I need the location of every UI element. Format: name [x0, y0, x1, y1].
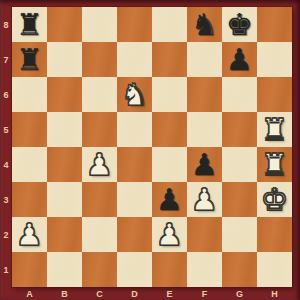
square-h1[interactable] [257, 252, 292, 287]
square-g7[interactable]: ♟ [222, 42, 257, 77]
file-label-h: H [257, 287, 292, 300]
square-h3[interactable]: ♚ [257, 182, 292, 217]
square-d1[interactable] [117, 252, 152, 287]
rank-label-6: 6 [0, 77, 12, 112]
square-e1[interactable] [152, 252, 187, 287]
white-pawn[interactable]: ♟ [86, 150, 113, 180]
rank-label-1: 1 [0, 252, 12, 287]
white-rook[interactable]: ♜ [261, 150, 288, 180]
black-pawn[interactable]: ♟ [191, 150, 218, 180]
white-pawn[interactable]: ♟ [156, 220, 183, 250]
white-pawn[interactable]: ♟ [191, 185, 218, 215]
square-f7[interactable] [187, 42, 222, 77]
rank-label-3: 3 [0, 182, 12, 217]
square-g6[interactable] [222, 77, 257, 112]
black-knight[interactable]: ♞ [191, 10, 218, 40]
square-h2[interactable] [257, 217, 292, 252]
file-label-c: C [82, 287, 117, 300]
rank-label-2: 2 [0, 217, 12, 252]
square-e6[interactable] [152, 77, 187, 112]
square-e7[interactable] [152, 42, 187, 77]
square-a3[interactable] [12, 182, 47, 217]
square-h4[interactable]: ♜ [257, 147, 292, 182]
file-label-f: F [187, 287, 222, 300]
black-rook[interactable]: ♜ [16, 10, 43, 40]
file-label-d: D [117, 287, 152, 300]
square-g4[interactable] [222, 147, 257, 182]
rank-label-7: 7 [0, 42, 12, 77]
square-f8[interactable]: ♞ [187, 7, 222, 42]
black-rook[interactable]: ♜ [16, 45, 43, 75]
square-e3[interactable]: ♟ [152, 182, 187, 217]
square-a2[interactable]: ♟ [12, 217, 47, 252]
square-g2[interactable] [222, 217, 257, 252]
square-c7[interactable] [82, 42, 117, 77]
square-e8[interactable] [152, 7, 187, 42]
file-label-b: B [47, 287, 82, 300]
chess-board-frame: 87654321 ♜♞♚♜♟♞♜♟♟♜♟♟♚♟♟ ABCDEFGH [0, 0, 300, 300]
square-c1[interactable] [82, 252, 117, 287]
rank-label-5: 5 [0, 112, 12, 147]
square-e2[interactable]: ♟ [152, 217, 187, 252]
file-labels: ABCDEFGH [12, 287, 292, 300]
square-b3[interactable] [47, 182, 82, 217]
black-king[interactable]: ♚ [226, 10, 253, 40]
square-b7[interactable] [47, 42, 82, 77]
square-a7[interactable]: ♜ [12, 42, 47, 77]
square-g3[interactable] [222, 182, 257, 217]
square-g5[interactable] [222, 112, 257, 147]
square-a5[interactable] [12, 112, 47, 147]
file-label-e: E [152, 287, 187, 300]
square-a6[interactable] [12, 77, 47, 112]
square-c2[interactable] [82, 217, 117, 252]
square-c5[interactable] [82, 112, 117, 147]
square-c8[interactable] [82, 7, 117, 42]
square-g8[interactable]: ♚ [222, 7, 257, 42]
square-a8[interactable]: ♜ [12, 7, 47, 42]
square-b5[interactable] [47, 112, 82, 147]
square-f6[interactable] [187, 77, 222, 112]
square-f1[interactable] [187, 252, 222, 287]
square-c4[interactable]: ♟ [82, 147, 117, 182]
square-c6[interactable] [82, 77, 117, 112]
white-knight[interactable]: ♞ [121, 80, 148, 110]
square-b4[interactable] [47, 147, 82, 182]
square-e5[interactable] [152, 112, 187, 147]
square-f3[interactable]: ♟ [187, 182, 222, 217]
square-b6[interactable] [47, 77, 82, 112]
square-d7[interactable] [117, 42, 152, 77]
file-label-g: G [222, 287, 257, 300]
square-h8[interactable] [257, 7, 292, 42]
white-rook[interactable]: ♜ [261, 115, 288, 145]
square-b8[interactable] [47, 7, 82, 42]
rank-label-4: 4 [0, 147, 12, 182]
rank-label-8: 8 [0, 7, 12, 42]
square-d6[interactable]: ♞ [117, 77, 152, 112]
rank-labels: 87654321 [0, 7, 12, 287]
square-h6[interactable] [257, 77, 292, 112]
white-pawn[interactable]: ♟ [16, 220, 43, 250]
file-label-a: A [12, 287, 47, 300]
square-f5[interactable] [187, 112, 222, 147]
square-f2[interactable] [187, 217, 222, 252]
square-d8[interactable] [117, 7, 152, 42]
black-pawn[interactable]: ♟ [226, 45, 253, 75]
square-b2[interactable] [47, 217, 82, 252]
square-g1[interactable] [222, 252, 257, 287]
square-h5[interactable]: ♜ [257, 112, 292, 147]
square-b1[interactable] [47, 252, 82, 287]
square-c3[interactable] [82, 182, 117, 217]
white-king[interactable]: ♚ [261, 185, 288, 215]
square-d4[interactable] [117, 147, 152, 182]
black-pawn[interactable]: ♟ [156, 185, 183, 215]
square-d3[interactable] [117, 182, 152, 217]
square-a4[interactable] [12, 147, 47, 182]
square-e4[interactable] [152, 147, 187, 182]
square-f4[interactable]: ♟ [187, 147, 222, 182]
square-d5[interactable] [117, 112, 152, 147]
square-h7[interactable] [257, 42, 292, 77]
chess-board: ♜♞♚♜♟♞♜♟♟♜♟♟♚♟♟ [12, 7, 292, 287]
square-d2[interactable] [117, 217, 152, 252]
square-a1[interactable] [12, 252, 47, 287]
